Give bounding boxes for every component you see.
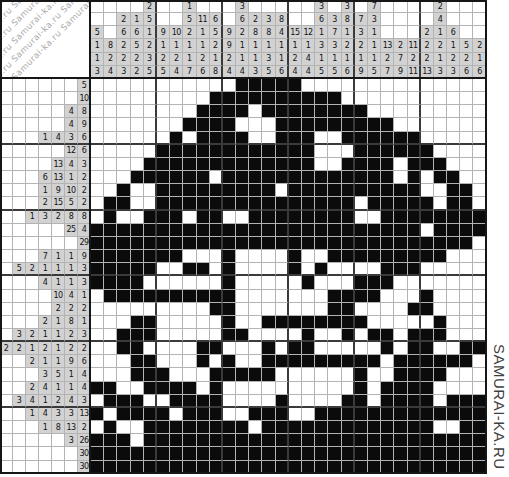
cell-r22-c28[interactable] [447,355,460,368]
cell-r26-c2[interactable] [104,408,117,421]
cell-r18-c28[interactable] [447,303,460,316]
cell-r10-c28[interactable] [447,197,460,210]
cell-r4-c29[interactable] [460,118,473,131]
cell-r28-c15[interactable] [276,434,289,447]
cell-r2-c3[interactable] [117,92,130,105]
cell-r18-c25[interactable] [408,303,421,316]
cell-r8-c6[interactable] [157,171,170,184]
cell-r16-c19[interactable] [328,276,341,289]
cell-r20-c1[interactable] [91,329,104,342]
cell-r17-c15[interactable] [276,290,289,303]
cell-r30-c28[interactable] [447,461,460,474]
cell-r4-c8[interactable] [183,118,196,131]
cell-r12-c19[interactable] [328,224,341,237]
cell-r27-c1[interactable] [91,421,104,434]
cell-r17-c13[interactable] [249,290,262,303]
cell-r21-c6[interactable] [157,342,170,355]
cell-r22-c21[interactable] [355,355,368,368]
cell-r26-c4[interactable] [131,408,144,421]
cell-r10-c6[interactable] [157,197,170,210]
cell-r24-c3[interactable] [117,382,130,395]
cell-r2-c14[interactable] [262,92,275,105]
cell-r4-c14[interactable] [262,118,275,131]
cell-r27-c8[interactable] [183,421,196,434]
cell-r16-c15[interactable] [276,276,289,289]
cell-r17-c5[interactable] [144,290,157,303]
cell-r12-c1[interactable] [91,224,104,237]
cell-r4-c22[interactable] [368,118,381,131]
cell-r29-c12[interactable] [236,447,249,460]
cell-r27-c14[interactable] [262,421,275,434]
cell-r21-c16[interactable] [289,342,302,355]
cell-r24-c25[interactable] [408,382,421,395]
cell-r26-c5[interactable] [144,408,157,421]
cell-r4-c19[interactable] [328,118,341,131]
cell-r25-c16[interactable] [289,395,302,408]
cell-r7-c5[interactable] [144,158,157,171]
cell-r25-c9[interactable] [197,395,210,408]
cell-r17-c12[interactable] [236,290,249,303]
cell-r5-c20[interactable] [342,132,355,145]
cell-r12-c17[interactable] [302,224,315,237]
cell-r24-c17[interactable] [302,382,315,395]
cell-r15-c11[interactable] [223,263,236,276]
cell-r10-c13[interactable] [249,197,262,210]
cell-r2-c2[interactable] [104,92,117,105]
cell-r26-c29[interactable] [460,408,473,421]
cell-r30-c9[interactable] [197,461,210,474]
cell-r10-c18[interactable] [315,197,328,210]
cell-r5-c10[interactable] [210,132,223,145]
cell-r9-c7[interactable] [170,184,183,197]
cell-r23-c5[interactable] [144,368,157,381]
cell-r23-c21[interactable] [355,368,368,381]
cell-r14-c5[interactable] [144,250,157,263]
cell-r18-c10[interactable] [210,303,223,316]
cell-r27-c23[interactable] [381,421,394,434]
cell-r3-c14[interactable] [262,105,275,118]
cell-r4-c30[interactable] [473,118,486,131]
cell-r30-c1[interactable] [91,461,104,474]
cell-r2-c20[interactable] [342,92,355,105]
cell-r18-c8[interactable] [183,303,196,316]
cell-r26-c16[interactable] [289,408,302,421]
cell-r22-c22[interactable] [368,355,381,368]
cell-r17-c2[interactable] [104,290,117,303]
cell-r24-c28[interactable] [447,382,460,395]
cell-r23-c10[interactable] [210,368,223,381]
cell-r21-c3[interactable] [117,342,130,355]
cell-r30-c25[interactable] [408,461,421,474]
cell-r5-c17[interactable] [302,132,315,145]
cell-r28-c16[interactable] [289,434,302,447]
cell-r21-c25[interactable] [408,342,421,355]
cell-r15-c4[interactable] [131,263,144,276]
cell-r22-c8[interactable] [183,355,196,368]
cell-r18-c11[interactable] [223,303,236,316]
cell-r13-c16[interactable] [289,237,302,250]
cell-r3-c4[interactable] [131,105,144,118]
cell-r25-c30[interactable] [473,395,486,408]
cell-r1-c9[interactable] [197,79,210,92]
cell-r18-c5[interactable] [144,303,157,316]
cell-r28-c1[interactable] [91,434,104,447]
cell-r24-c20[interactable] [342,382,355,395]
cell-r23-c14[interactable] [262,368,275,381]
cell-r23-c13[interactable] [249,368,262,381]
cell-r15-c3[interactable] [117,263,130,276]
cell-r8-c4[interactable] [131,171,144,184]
cell-r20-c3[interactable] [117,329,130,342]
cell-r13-c3[interactable] [117,237,130,250]
cell-r12-c9[interactable] [197,224,210,237]
cell-r30-c6[interactable] [157,461,170,474]
cell-r28-c20[interactable] [342,434,355,447]
cell-r19-c8[interactable] [183,316,196,329]
cell-r14-c9[interactable] [197,250,210,263]
cell-r3-c13[interactable] [249,105,262,118]
cell-r5-c3[interactable] [117,132,130,145]
cell-r21-c21[interactable] [355,342,368,355]
cell-r7-c29[interactable] [460,158,473,171]
cell-r18-c18[interactable] [315,303,328,316]
cell-r6-c23[interactable] [381,145,394,158]
cell-r26-c14[interactable] [262,408,275,421]
cell-r30-c4[interactable] [131,461,144,474]
cell-r25-c1[interactable] [91,395,104,408]
cell-r2-c30[interactable] [473,92,486,105]
cell-r26-c11[interactable] [223,408,236,421]
cell-r16-c14[interactable] [262,276,275,289]
cell-r3-c1[interactable] [91,105,104,118]
cell-r16-c11[interactable] [223,276,236,289]
cell-r30-c13[interactable] [249,461,262,474]
cell-r21-c4[interactable] [131,342,144,355]
cell-r19-c27[interactable] [434,316,447,329]
cell-r20-c17[interactable] [302,329,315,342]
cell-r8-c27[interactable] [434,171,447,184]
cell-r19-c24[interactable] [394,316,407,329]
cell-r7-c27[interactable] [434,158,447,171]
cell-r18-c9[interactable] [197,303,210,316]
cell-r3-c12[interactable] [236,105,249,118]
cell-r30-c27[interactable] [434,461,447,474]
cell-r11-c10[interactable] [210,211,223,224]
cell-r22-c3[interactable] [117,355,130,368]
cell-r29-c24[interactable] [394,447,407,460]
cell-r7-c12[interactable] [236,158,249,171]
cell-r7-c19[interactable] [328,158,341,171]
cell-r19-c30[interactable] [473,316,486,329]
cell-r14-c15[interactable] [276,250,289,263]
cell-r1-c2[interactable] [104,79,117,92]
cell-r21-c17[interactable] [302,342,315,355]
cell-r21-c22[interactable] [368,342,381,355]
cell-r29-c26[interactable] [421,447,434,460]
cell-r20-c5[interactable] [144,329,157,342]
cell-r25-c3[interactable] [117,395,130,408]
cell-r3-c11[interactable] [223,105,236,118]
cell-r16-c7[interactable] [170,276,183,289]
cell-r8-c22[interactable] [368,171,381,184]
cell-r4-c24[interactable] [394,118,407,131]
cell-r26-c21[interactable] [355,408,368,421]
cell-r16-c5[interactable] [144,276,157,289]
cell-r3-c15[interactable] [276,105,289,118]
cell-r9-c24[interactable] [394,184,407,197]
cell-r19-c12[interactable] [236,316,249,329]
cell-r28-c5[interactable] [144,434,157,447]
cell-r9-c13[interactable] [249,184,262,197]
cell-r9-c16[interactable] [289,184,302,197]
cell-r29-c27[interactable] [434,447,447,460]
cell-r18-c16[interactable] [289,303,302,316]
cell-r2-c19[interactable] [328,92,341,105]
cell-r14-c4[interactable] [131,250,144,263]
cell-r8-c14[interactable] [262,171,275,184]
cell-r21-c2[interactable] [104,342,117,355]
cell-r3-c21[interactable] [355,105,368,118]
cell-r1-c22[interactable] [368,79,381,92]
cell-r21-c12[interactable] [236,342,249,355]
cell-r25-c27[interactable] [434,395,447,408]
cell-r16-c16[interactable] [289,276,302,289]
cell-r17-c20[interactable] [342,290,355,303]
cell-r2-c1[interactable] [91,92,104,105]
cell-r3-c23[interactable] [381,105,394,118]
cell-r7-c2[interactable] [104,158,117,171]
cell-r13-c14[interactable] [262,237,275,250]
cell-r30-c11[interactable] [223,461,236,474]
cell-r27-c24[interactable] [394,421,407,434]
cell-r13-c6[interactable] [157,237,170,250]
cell-r26-c20[interactable] [342,408,355,421]
cell-r24-c16[interactable] [289,382,302,395]
cell-r18-c3[interactable] [117,303,130,316]
cell-r2-c24[interactable] [394,92,407,105]
cell-r16-c12[interactable] [236,276,249,289]
cell-r26-c10[interactable] [210,408,223,421]
cell-r10-c25[interactable] [408,197,421,210]
cell-r14-c17[interactable] [302,250,315,263]
cell-r12-c29[interactable] [460,224,473,237]
cell-r5-c8[interactable] [183,132,196,145]
cell-r4-c2[interactable] [104,118,117,131]
cell-r6-c5[interactable] [144,145,157,158]
cell-r28-c2[interactable] [104,434,117,447]
cell-r6-c16[interactable] [289,145,302,158]
cell-r13-c11[interactable] [223,237,236,250]
cell-r6-c26[interactable] [421,145,434,158]
cell-r10-c16[interactable] [289,197,302,210]
cell-r25-c14[interactable] [262,395,275,408]
cell-r24-c8[interactable] [183,382,196,395]
cell-r6-c14[interactable] [262,145,275,158]
cell-r10-c11[interactable] [223,197,236,210]
cell-r26-c27[interactable] [434,408,447,421]
cell-r12-c11[interactable] [223,224,236,237]
cell-r21-c24[interactable] [394,342,407,355]
cell-r4-c13[interactable] [249,118,262,131]
cell-r23-c11[interactable] [223,368,236,381]
cell-r21-c7[interactable] [170,342,183,355]
cell-r25-c21[interactable] [355,395,368,408]
cell-r23-c19[interactable] [328,368,341,381]
cell-r12-c15[interactable] [276,224,289,237]
cell-r26-c6[interactable] [157,408,170,421]
cell-r29-c15[interactable] [276,447,289,460]
cell-r19-c22[interactable] [368,316,381,329]
cell-r16-c9[interactable] [197,276,210,289]
cell-r26-c24[interactable] [394,408,407,421]
cell-r30-c30[interactable] [473,461,486,474]
cell-r18-c19[interactable] [328,303,341,316]
cell-r21-c20[interactable] [342,342,355,355]
cell-r27-c27[interactable] [434,421,447,434]
cell-r4-c28[interactable] [447,118,460,131]
cell-r7-c10[interactable] [210,158,223,171]
cell-r1-c20[interactable] [342,79,355,92]
cell-r11-c8[interactable] [183,211,196,224]
cell-r25-c11[interactable] [223,395,236,408]
cell-r13-c20[interactable] [342,237,355,250]
cell-r1-c6[interactable] [157,79,170,92]
cell-r27-c21[interactable] [355,421,368,434]
cell-r18-c12[interactable] [236,303,249,316]
cell-r7-c24[interactable] [394,158,407,171]
cell-r12-c24[interactable] [394,224,407,237]
cell-r2-c25[interactable] [408,92,421,105]
cell-r22-c13[interactable] [249,355,262,368]
cell-r3-c16[interactable] [289,105,302,118]
cell-r30-c17[interactable] [302,461,315,474]
cell-r1-c25[interactable] [408,79,421,92]
cell-r3-c26[interactable] [421,105,434,118]
cell-r1-c5[interactable] [144,79,157,92]
cell-r21-c23[interactable] [381,342,394,355]
cell-r27-c22[interactable] [368,421,381,434]
cell-r14-c7[interactable] [170,250,183,263]
cell-r11-c24[interactable] [394,211,407,224]
cell-r23-c24[interactable] [394,368,407,381]
cell-r12-c18[interactable] [315,224,328,237]
cell-r26-c15[interactable] [276,408,289,421]
cell-r15-c6[interactable] [157,263,170,276]
cell-r17-c1[interactable] [91,290,104,303]
cell-r14-c22[interactable] [368,250,381,263]
cell-r1-c1[interactable] [91,79,104,92]
cell-r8-c5[interactable] [144,171,157,184]
cell-r17-c17[interactable] [302,290,315,303]
cell-r9-c12[interactable] [236,184,249,197]
cell-r19-c2[interactable] [104,316,117,329]
cell-r27-c30[interactable] [473,421,486,434]
cell-r17-c23[interactable] [381,290,394,303]
cell-r7-c3[interactable] [117,158,130,171]
cell-r12-c30[interactable] [473,224,486,237]
cell-r18-c23[interactable] [381,303,394,316]
cell-r21-c29[interactable] [460,342,473,355]
cell-r9-c27[interactable] [434,184,447,197]
cell-r18-c2[interactable] [104,303,117,316]
cell-r2-c9[interactable] [197,92,210,105]
cell-r9-c26[interactable] [421,184,434,197]
cell-r28-c6[interactable] [157,434,170,447]
cell-r11-c6[interactable] [157,211,170,224]
cell-r27-c29[interactable] [460,421,473,434]
cell-r4-c12[interactable] [236,118,249,131]
cell-r26-c28[interactable] [447,408,460,421]
cell-r24-c1[interactable] [91,382,104,395]
cell-r19-c20[interactable] [342,316,355,329]
cell-r23-c1[interactable] [91,368,104,381]
cell-r5-c9[interactable] [197,132,210,145]
cell-r15-c21[interactable] [355,263,368,276]
cell-r20-c30[interactable] [473,329,486,342]
cell-r27-c10[interactable] [210,421,223,434]
cell-r25-c13[interactable] [249,395,262,408]
cell-r11-c17[interactable] [302,211,315,224]
cell-r21-c19[interactable] [328,342,341,355]
cell-r19-c10[interactable] [210,316,223,329]
cell-r21-c1[interactable] [91,342,104,355]
cell-r23-c23[interactable] [381,368,394,381]
cell-r21-c9[interactable] [197,342,210,355]
cell-r16-c4[interactable] [131,276,144,289]
cell-r19-c7[interactable] [170,316,183,329]
cell-r28-c27[interactable] [434,434,447,447]
cell-r8-c28[interactable] [447,171,460,184]
cell-r1-c27[interactable] [434,79,447,92]
cell-r24-c19[interactable] [328,382,341,395]
cell-r11-c22[interactable] [368,211,381,224]
cell-r28-c9[interactable] [197,434,210,447]
cell-r26-c3[interactable] [117,408,130,421]
cell-r21-c30[interactable] [473,342,486,355]
cell-r28-c26[interactable] [421,434,434,447]
cell-r24-c23[interactable] [381,382,394,395]
cell-r12-c2[interactable] [104,224,117,237]
cell-r30-c12[interactable] [236,461,249,474]
cell-r25-c20[interactable] [342,395,355,408]
cell-r5-c25[interactable] [408,132,421,145]
cell-r25-c4[interactable] [131,395,144,408]
cell-r11-c3[interactable] [117,211,130,224]
cell-r12-c26[interactable] [421,224,434,237]
cell-r21-c28[interactable] [447,342,460,355]
cell-r11-c26[interactable] [421,211,434,224]
cell-r9-c10[interactable] [210,184,223,197]
cell-r26-c30[interactable] [473,408,486,421]
cell-r13-c8[interactable] [183,237,196,250]
cell-r14-c6[interactable] [157,250,170,263]
cell-r27-c4[interactable] [131,421,144,434]
cell-r19-c5[interactable] [144,316,157,329]
cell-r15-c10[interactable] [210,263,223,276]
cell-r5-c11[interactable] [223,132,236,145]
cell-r7-c8[interactable] [183,158,196,171]
cell-r16-c26[interactable] [421,276,434,289]
cell-r3-c3[interactable] [117,105,130,118]
cell-r29-c3[interactable] [117,447,130,460]
cell-r1-c16[interactable] [289,79,302,92]
cell-r1-c19[interactable] [328,79,341,92]
cell-r9-c2[interactable] [104,184,117,197]
cell-r16-c13[interactable] [249,276,262,289]
cell-r22-c7[interactable] [170,355,183,368]
cell-r18-c24[interactable] [394,303,407,316]
cell-r30-c8[interactable] [183,461,196,474]
